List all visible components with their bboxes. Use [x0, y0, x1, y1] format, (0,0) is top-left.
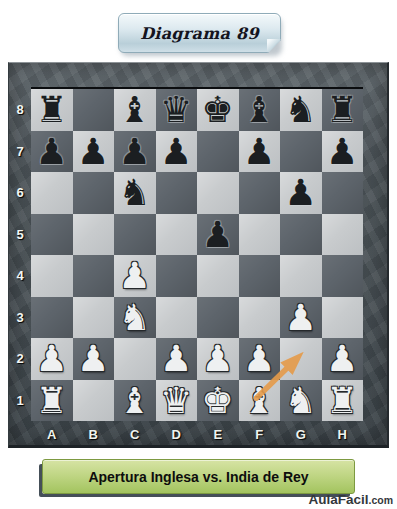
caption-banner: Apertura Inglesa vs. India de Rey [42, 459, 355, 494]
file-label-h: H [322, 422, 364, 446]
brand-name: AulaFacil [308, 492, 368, 507]
piece-black-pawn: ♟ [160, 131, 192, 173]
piece-black-pawn: ♟ [202, 214, 234, 256]
piece-black-pawn: ♟ [326, 131, 358, 173]
square-d8: ♛ [156, 89, 198, 131]
square-c6: ♞ [114, 172, 156, 214]
square-b3 [73, 297, 115, 339]
piece-white-pawn: ♟ [36, 338, 68, 380]
square-a3 [31, 297, 73, 339]
file-label-g: G [280, 422, 322, 446]
square-e4 [197, 255, 239, 297]
piece-white-knight: ♞ [119, 297, 151, 339]
square-c4: ♟ [114, 255, 156, 297]
square-b1 [73, 380, 115, 422]
rank-label-6: 6 [9, 172, 31, 214]
square-g5 [280, 214, 322, 256]
square-f7: ♟ [239, 131, 281, 173]
piece-white-pawn: ♟ [119, 255, 151, 297]
square-g6: ♟ [280, 172, 322, 214]
file-label-c: C [114, 422, 156, 446]
file-label-f: F [239, 422, 281, 446]
square-h3 [322, 297, 364, 339]
square-c1: ♝ [114, 380, 156, 422]
square-b4 [73, 255, 115, 297]
piece-black-king: ♚ [202, 89, 234, 131]
square-h5 [322, 214, 364, 256]
square-h6 [322, 172, 364, 214]
chessboard-frame: 87654321 ♜♝♛♚♝♞♜♟♟♟♟♟♟♞♟♟♟♞♟♟♟♟♟♟♟♜♝♛♚♝♞… [8, 62, 389, 448]
square-f1: ♝ [239, 380, 281, 422]
piece-black-pawn: ♟ [77, 131, 109, 173]
piece-white-pawn: ♟ [326, 338, 358, 380]
square-b8 [73, 89, 115, 131]
square-c2 [114, 338, 156, 380]
file-labels: ABCDEFGH [31, 422, 363, 446]
piece-white-bishop: ♝ [243, 380, 275, 422]
piece-black-rook: ♜ [36, 89, 68, 131]
piece-black-rook: ♜ [326, 89, 358, 131]
square-d7: ♟ [156, 131, 198, 173]
square-a2: ♟ [31, 338, 73, 380]
rank-label-3: 3 [9, 297, 31, 339]
piece-black-knight: ♞ [119, 172, 151, 214]
piece-white-pawn: ♟ [77, 338, 109, 380]
square-h1: ♜ [322, 380, 364, 422]
piece-black-queen: ♛ [160, 89, 192, 131]
file-label-e: E [197, 422, 239, 446]
square-e7 [197, 131, 239, 173]
square-a1: ♜ [31, 380, 73, 422]
brand-logo: AulaFacil.com [308, 490, 393, 508]
square-d4 [156, 255, 198, 297]
square-h8: ♜ [322, 89, 364, 131]
square-f4 [239, 255, 281, 297]
file-label-d: D [156, 422, 198, 446]
piece-white-king: ♚ [202, 380, 234, 422]
square-e1: ♚ [197, 380, 239, 422]
square-e3 [197, 297, 239, 339]
square-a5 [31, 214, 73, 256]
square-d1: ♛ [156, 380, 198, 422]
rank-label-7: 7 [9, 131, 31, 173]
page: Diagrama 89 87654321 ♜♝♛♚♝♞♜♟♟♟♟♟♟♞♟♟♟♞♟… [0, 0, 397, 509]
rank-label-5: 5 [9, 214, 31, 256]
piece-black-pawn: ♟ [119, 131, 151, 173]
square-g3: ♟ [280, 297, 322, 339]
square-b7: ♟ [73, 131, 115, 173]
square-g7 [280, 131, 322, 173]
square-h4 [322, 255, 364, 297]
square-f2: ♟ [239, 338, 281, 380]
rank-label-2: 2 [9, 338, 31, 380]
piece-white-rook: ♜ [36, 380, 68, 422]
square-e6 [197, 172, 239, 214]
piece-black-bishop: ♝ [243, 89, 275, 131]
square-g4 [280, 255, 322, 297]
square-e2: ♟ [197, 338, 239, 380]
square-a6 [31, 172, 73, 214]
square-d2: ♟ [156, 338, 198, 380]
piece-white-pawn: ♟ [202, 338, 234, 380]
piece-black-knight: ♞ [285, 89, 317, 131]
piece-white-rook: ♜ [326, 380, 358, 422]
file-label-a: A [31, 422, 73, 446]
piece-white-pawn: ♟ [285, 297, 317, 339]
title-banner: Diagrama 89 [118, 13, 281, 53]
file-label-b: B [73, 422, 115, 446]
square-f3 [239, 297, 281, 339]
square-h7: ♟ [322, 131, 364, 173]
square-g8: ♞ [280, 89, 322, 131]
square-e8: ♚ [197, 89, 239, 131]
square-d5 [156, 214, 198, 256]
piece-white-knight: ♞ [285, 380, 317, 422]
piece-white-queen: ♛ [160, 380, 192, 422]
square-f6 [239, 172, 281, 214]
chessboard: ♜♝♛♚♝♞♜♟♟♟♟♟♟♞♟♟♟♞♟♟♟♟♟♟♟♜♝♛♚♝♞♜ [31, 87, 363, 421]
square-b6 [73, 172, 115, 214]
piece-black-bishop: ♝ [119, 89, 151, 131]
square-b5 [73, 214, 115, 256]
piece-white-pawn: ♟ [243, 338, 275, 380]
rank-label-4: 4 [9, 255, 31, 297]
piece-black-pawn: ♟ [36, 131, 68, 173]
square-b2: ♟ [73, 338, 115, 380]
piece-white-pawn: ♟ [160, 338, 192, 380]
square-g2 [280, 338, 322, 380]
square-d3 [156, 297, 198, 339]
square-c7: ♟ [114, 131, 156, 173]
square-a7: ♟ [31, 131, 73, 173]
square-f5 [239, 214, 281, 256]
square-d6 [156, 172, 198, 214]
rank-labels: 87654321 [9, 89, 31, 421]
square-c3: ♞ [114, 297, 156, 339]
square-e5: ♟ [197, 214, 239, 256]
piece-black-pawn: ♟ [285, 172, 317, 214]
diagram-title: Diagrama 89 [140, 24, 259, 43]
brand-tld: .com [368, 494, 393, 506]
square-f8: ♝ [239, 89, 281, 131]
square-g1: ♞ [280, 380, 322, 422]
square-c5 [114, 214, 156, 256]
piece-black-pawn: ♟ [243, 131, 275, 173]
opening-caption: Apertura Inglesa vs. India de Rey [88, 469, 308, 485]
rank-label-1: 1 [9, 380, 31, 422]
rank-label-8: 8 [9, 89, 31, 131]
square-c8: ♝ [114, 89, 156, 131]
piece-white-bishop: ♝ [119, 380, 151, 422]
square-a8: ♜ [31, 89, 73, 131]
square-h2: ♟ [322, 338, 364, 380]
square-a4 [31, 255, 73, 297]
